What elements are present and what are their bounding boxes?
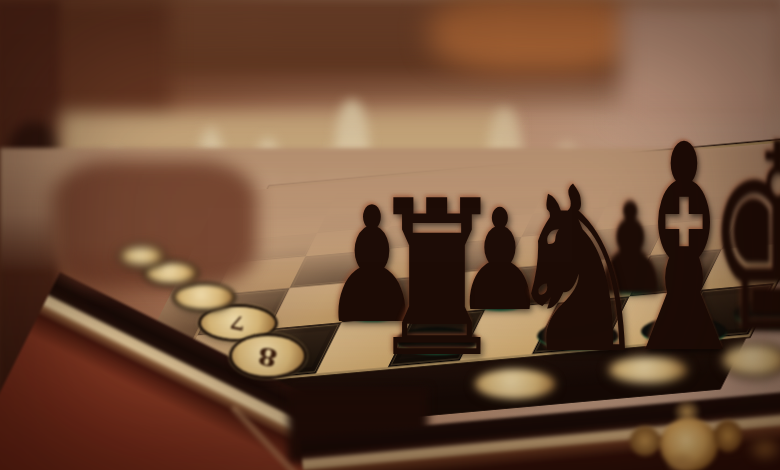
black-rook: ♜ — [368, 172, 507, 387]
background-orange-patch — [430, 0, 640, 70]
blurred-border-medallion — [146, 263, 196, 283]
brass-clasp-icon — [630, 400, 740, 470]
rank-label-text: 7 — [228, 311, 247, 336]
clasp-petal-right — [714, 420, 742, 452]
clasp-petal-bottom — [666, 452, 696, 470]
rank-label-medallion: 7 — [201, 307, 275, 339]
rank-label-medallion: 8 — [232, 336, 304, 376]
rank-label-text: 8 — [256, 340, 280, 371]
bishop-glyph: ♝ — [610, 84, 758, 416]
clasp-petal-left — [630, 426, 660, 456]
brass-fitting-blur — [748, 436, 780, 462]
chess-photo-scene: 78 ♟♜♟♞♟♝♚ — [0, 0, 780, 470]
clasp-petal-top — [674, 400, 700, 424]
blurred-border-medallion — [121, 247, 163, 265]
blurred-border-medallion — [175, 285, 233, 309]
rook-glyph: ♜ — [368, 154, 507, 405]
black-bishop: ♝ — [610, 108, 758, 393]
